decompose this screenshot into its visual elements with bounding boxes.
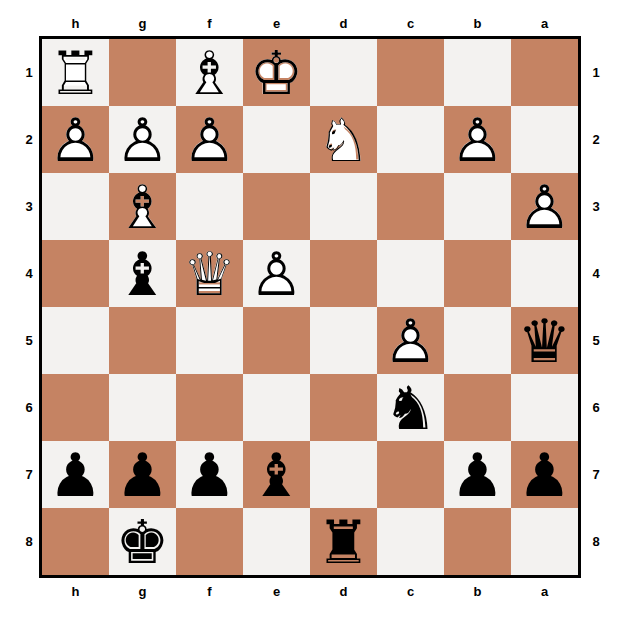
black-pawn-glyph: ♟ bbox=[444, 441, 511, 508]
file-label-a: a bbox=[511, 582, 578, 600]
square-d4[interactable] bbox=[310, 240, 377, 307]
square-h8[interactable] bbox=[42, 508, 109, 575]
square-f6[interactable] bbox=[176, 374, 243, 441]
square-b6[interactable] bbox=[444, 374, 511, 441]
square-b7[interactable]: ♟ bbox=[444, 441, 511, 508]
rank-label-4: 4 bbox=[19, 240, 39, 307]
white-queen-outline-glyph: ♕ bbox=[176, 240, 243, 307]
square-g7[interactable]: ♟ bbox=[109, 441, 176, 508]
rank-label-2: 2 bbox=[586, 106, 606, 173]
black-bishop-glyph: ♝ bbox=[109, 240, 176, 307]
square-a1[interactable] bbox=[511, 39, 578, 106]
square-c2[interactable] bbox=[377, 106, 444, 173]
white-pawn-outline-glyph: ♙ bbox=[176, 106, 243, 173]
rank-label-3: 3 bbox=[586, 173, 606, 240]
square-b3[interactable] bbox=[444, 173, 511, 240]
piece-black-pawn[interactable]: ♟ bbox=[444, 441, 511, 508]
rank-label-7: 7 bbox=[586, 441, 606, 508]
white-bishop-outline-glyph: ♗ bbox=[176, 39, 243, 106]
rank-label-1: 1 bbox=[586, 39, 606, 106]
white-pawn-outline-glyph: ♙ bbox=[243, 240, 310, 307]
piece-black-knight[interactable]: ♞ bbox=[377, 374, 444, 441]
piece-white-pawn[interactable]: ♟♙ bbox=[109, 106, 176, 173]
square-c3[interactable] bbox=[377, 173, 444, 240]
square-e4[interactable]: ♟♙ bbox=[243, 240, 310, 307]
white-pawn-outline-glyph: ♙ bbox=[444, 106, 511, 173]
file-labels-bottom: hgfedcba bbox=[42, 582, 578, 600]
piece-white-queen[interactable]: ♛♕ bbox=[176, 240, 243, 307]
black-queen-glyph: ♛ bbox=[511, 307, 578, 374]
square-f8[interactable] bbox=[176, 508, 243, 575]
square-b1[interactable] bbox=[444, 39, 511, 106]
square-e1[interactable]: ♚♔ bbox=[243, 39, 310, 106]
piece-black-bishop[interactable]: ♝ bbox=[243, 441, 310, 508]
square-d6[interactable] bbox=[310, 374, 377, 441]
piece-black-pawn[interactable]: ♟ bbox=[109, 441, 176, 508]
piece-white-rook[interactable]: ♜♖ bbox=[42, 39, 109, 106]
square-f1[interactable]: ♝♗ bbox=[176, 39, 243, 106]
piece-black-pawn[interactable]: ♟ bbox=[511, 441, 578, 508]
rank-label-5: 5 bbox=[19, 307, 39, 374]
piece-white-pawn[interactable]: ♟♙ bbox=[243, 240, 310, 307]
square-h4[interactable] bbox=[42, 240, 109, 307]
rank-label-2: 2 bbox=[19, 106, 39, 173]
piece-white-knight[interactable]: ♞♘ bbox=[310, 106, 377, 173]
square-d2[interactable]: ♞♘ bbox=[310, 106, 377, 173]
square-c6[interactable]: ♞ bbox=[377, 374, 444, 441]
square-a7[interactable]: ♟ bbox=[511, 441, 578, 508]
square-d7[interactable] bbox=[310, 441, 377, 508]
piece-black-pawn[interactable]: ♟ bbox=[176, 441, 243, 508]
white-pawn-outline-glyph: ♙ bbox=[42, 106, 109, 173]
piece-black-king[interactable]: ♚ bbox=[109, 508, 176, 575]
rank-label-1: 1 bbox=[19, 39, 39, 106]
piece-white-bishop[interactable]: ♝♗ bbox=[109, 173, 176, 240]
rank-label-4: 4 bbox=[586, 240, 606, 307]
file-label-d: d bbox=[310, 14, 377, 32]
piece-white-pawn[interactable]: ♟♙ bbox=[444, 106, 511, 173]
square-e6[interactable] bbox=[243, 374, 310, 441]
file-label-h: h bbox=[42, 582, 109, 600]
square-b4[interactable] bbox=[444, 240, 511, 307]
square-b8[interactable] bbox=[444, 508, 511, 575]
rank-label-8: 8 bbox=[586, 508, 606, 575]
square-d1[interactable] bbox=[310, 39, 377, 106]
file-label-c: c bbox=[377, 14, 444, 32]
square-d8[interactable]: ♜ bbox=[310, 508, 377, 575]
file-label-c: c bbox=[377, 582, 444, 600]
piece-white-pawn[interactable]: ♟♙ bbox=[176, 106, 243, 173]
white-knight-outline-glyph: ♘ bbox=[310, 106, 377, 173]
square-f7[interactable]: ♟ bbox=[176, 441, 243, 508]
rank-label-8: 8 bbox=[19, 508, 39, 575]
black-king-glyph: ♚ bbox=[109, 508, 176, 575]
square-h6[interactable] bbox=[42, 374, 109, 441]
white-bishop-outline-glyph: ♗ bbox=[109, 173, 176, 240]
white-king-outline-glyph: ♔ bbox=[243, 39, 310, 106]
file-label-e: e bbox=[243, 582, 310, 600]
square-g5[interactable] bbox=[109, 307, 176, 374]
file-label-g: g bbox=[109, 14, 176, 32]
rank-labels-right: 12345678 bbox=[586, 39, 606, 575]
square-e2[interactable] bbox=[243, 106, 310, 173]
square-c8[interactable] bbox=[377, 508, 444, 575]
file-label-d: d bbox=[310, 582, 377, 600]
rank-label-7: 7 bbox=[19, 441, 39, 508]
rank-label-6: 6 bbox=[19, 374, 39, 441]
square-c7[interactable] bbox=[377, 441, 444, 508]
file-label-b: b bbox=[444, 14, 511, 32]
square-f4[interactable]: ♛♕ bbox=[176, 240, 243, 307]
white-pawn-outline-glyph: ♙ bbox=[511, 173, 578, 240]
square-a5[interactable]: ♛ bbox=[511, 307, 578, 374]
square-a6[interactable] bbox=[511, 374, 578, 441]
square-c1[interactable] bbox=[377, 39, 444, 106]
file-label-g: g bbox=[109, 582, 176, 600]
square-a4[interactable] bbox=[511, 240, 578, 307]
file-label-f: f bbox=[176, 582, 243, 600]
square-a8[interactable] bbox=[511, 508, 578, 575]
square-g4[interactable]: ♝ bbox=[109, 240, 176, 307]
file-labels-top: hgfedcba bbox=[42, 14, 578, 32]
square-g6[interactable] bbox=[109, 374, 176, 441]
file-label-e: e bbox=[243, 14, 310, 32]
square-f3[interactable] bbox=[176, 173, 243, 240]
square-e8[interactable] bbox=[243, 508, 310, 575]
piece-white-bishop[interactable]: ♝♗ bbox=[176, 39, 243, 106]
square-b2[interactable]: ♟♙ bbox=[444, 106, 511, 173]
square-h2[interactable]: ♟♙ bbox=[42, 106, 109, 173]
file-label-a: a bbox=[511, 14, 578, 32]
square-b5[interactable] bbox=[444, 307, 511, 374]
rank-label-6: 6 bbox=[586, 374, 606, 441]
square-e3[interactable] bbox=[243, 173, 310, 240]
piece-white-king[interactable]: ♚♔ bbox=[243, 39, 310, 106]
square-e7[interactable]: ♝ bbox=[243, 441, 310, 508]
chess-diagram: hgfedcba hgfedcba 12345678 12345678 ♜♖♝♗… bbox=[0, 0, 619, 617]
square-g3[interactable]: ♝♗ bbox=[109, 173, 176, 240]
square-h3[interactable] bbox=[42, 173, 109, 240]
square-g2[interactable]: ♟♙ bbox=[109, 106, 176, 173]
piece-black-bishop[interactable]: ♝ bbox=[109, 240, 176, 307]
white-pawn-outline-glyph: ♙ bbox=[377, 307, 444, 374]
file-label-f: f bbox=[176, 14, 243, 32]
file-label-b: b bbox=[444, 582, 511, 600]
square-f5[interactable] bbox=[176, 307, 243, 374]
square-a2[interactable] bbox=[511, 106, 578, 173]
square-d5[interactable] bbox=[310, 307, 377, 374]
black-knight-glyph: ♞ bbox=[377, 374, 444, 441]
white-rook-outline-glyph: ♖ bbox=[42, 39, 109, 106]
piece-white-pawn[interactable]: ♟♙ bbox=[511, 173, 578, 240]
black-pawn-glyph: ♟ bbox=[511, 441, 578, 508]
square-g8[interactable]: ♚ bbox=[109, 508, 176, 575]
square-h5[interactable] bbox=[42, 307, 109, 374]
piece-white-pawn[interactable]: ♟♙ bbox=[42, 106, 109, 173]
square-f2[interactable]: ♟♙ bbox=[176, 106, 243, 173]
chess-board: ♜♖♝♗♚♔♟♙♟♙♟♙♞♘♟♙♝♗♟♙♝♛♕♟♙♟♙♛♞♟♟♟♝♟♟♚♜ bbox=[39, 36, 581, 578]
square-d3[interactable] bbox=[310, 173, 377, 240]
square-c5[interactable]: ♟♙ bbox=[377, 307, 444, 374]
rank-label-5: 5 bbox=[586, 307, 606, 374]
piece-black-pawn[interactable]: ♟ bbox=[42, 441, 109, 508]
square-h7[interactable]: ♟ bbox=[42, 441, 109, 508]
piece-black-rook[interactable]: ♜ bbox=[310, 508, 377, 575]
piece-white-pawn[interactable]: ♟♙ bbox=[377, 307, 444, 374]
black-bishop-glyph: ♝ bbox=[243, 441, 310, 508]
black-pawn-glyph: ♟ bbox=[176, 441, 243, 508]
square-g1[interactable] bbox=[109, 39, 176, 106]
black-pawn-glyph: ♟ bbox=[42, 441, 109, 508]
rank-labels-left: 12345678 bbox=[19, 39, 39, 575]
rank-label-3: 3 bbox=[19, 173, 39, 240]
white-pawn-outline-glyph: ♙ bbox=[109, 106, 176, 173]
square-e5[interactable] bbox=[243, 307, 310, 374]
square-c4[interactable] bbox=[377, 240, 444, 307]
piece-black-queen[interactable]: ♛ bbox=[511, 307, 578, 374]
black-rook-glyph: ♜ bbox=[310, 508, 377, 575]
square-a3[interactable]: ♟♙ bbox=[511, 173, 578, 240]
file-label-h: h bbox=[42, 14, 109, 32]
black-pawn-glyph: ♟ bbox=[109, 441, 176, 508]
square-h1[interactable]: ♜♖ bbox=[42, 39, 109, 106]
